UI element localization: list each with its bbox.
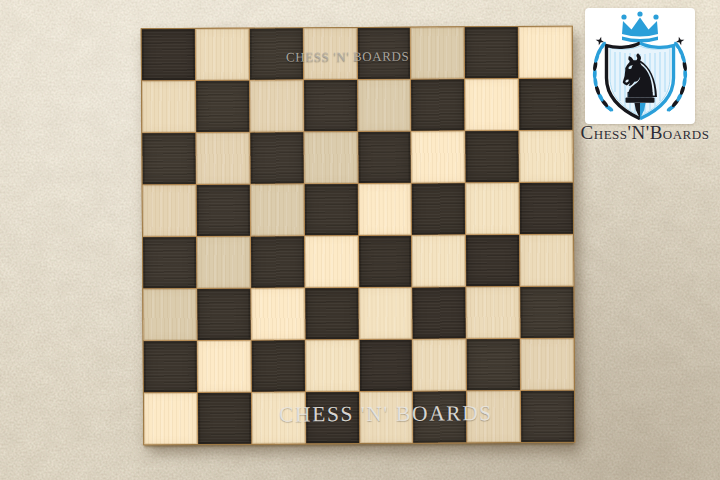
board-square[interactable] (305, 236, 358, 287)
board-square[interactable] (251, 236, 304, 287)
board-square[interactable] (358, 184, 411, 235)
board-square[interactable] (521, 339, 574, 390)
board-square[interactable] (467, 339, 520, 390)
board-square[interactable] (250, 184, 303, 235)
board-square[interactable] (359, 392, 412, 443)
board-square[interactable] (250, 80, 303, 131)
board-square[interactable] (521, 391, 574, 442)
board-square[interactable] (520, 235, 573, 286)
board-square[interactable] (251, 340, 304, 391)
board-square[interactable] (466, 183, 519, 234)
board-square[interactable] (359, 236, 412, 287)
board-square[interactable] (196, 81, 249, 132)
board-square[interactable] (519, 79, 572, 130)
board-square[interactable] (305, 288, 358, 339)
board-square[interactable] (144, 341, 197, 392)
board-square[interactable] (196, 29, 249, 80)
board-square[interactable] (411, 79, 464, 130)
board-square[interactable] (413, 391, 466, 442)
board-square[interactable] (196, 133, 249, 184)
board-square[interactable] (144, 393, 197, 444)
board-square[interactable] (197, 237, 250, 288)
board-square[interactable] (467, 287, 520, 338)
board-square[interactable] (357, 28, 410, 79)
board-square[interactable] (304, 184, 357, 235)
board-square[interactable] (466, 235, 519, 286)
board-square[interactable] (359, 340, 412, 391)
brand-emblem: ♞ (585, 8, 695, 124)
board-square[interactable] (250, 132, 303, 183)
board-square[interactable] (305, 340, 358, 391)
board-square[interactable] (465, 79, 518, 130)
board-square[interactable] (412, 235, 465, 286)
photo-scene: CHESS 'N' BOARDS CHESS 'N' BOARDS (0, 0, 720, 480)
board-square[interactable] (359, 288, 412, 339)
board-square[interactable] (466, 131, 519, 182)
board-square[interactable] (251, 288, 304, 339)
board-square[interactable] (249, 28, 302, 79)
board-square[interactable] (143, 185, 196, 236)
board-square[interactable] (304, 80, 357, 131)
board-square[interactable] (520, 183, 573, 234)
knight-icon: ♞ (613, 41, 667, 111)
board-square[interactable] (198, 341, 251, 392)
board-square[interactable] (306, 392, 359, 443)
board-square[interactable] (143, 237, 196, 288)
board-square[interactable] (142, 29, 195, 80)
board-square[interactable] (142, 81, 195, 132)
brand-wordmark: Chess'N'Boards (570, 122, 720, 144)
board-square[interactable] (465, 27, 518, 78)
board-square[interactable] (304, 132, 357, 183)
chess-board: CHESS 'N' BOARDS CHESS 'N' BOARDS (141, 26, 576, 446)
board-square[interactable] (142, 133, 195, 184)
board-square[interactable] (467, 391, 520, 442)
brand-logo: ♞ (585, 8, 695, 124)
crown-icon (621, 11, 658, 42)
board-square[interactable] (519, 27, 572, 78)
board-square[interactable] (358, 132, 411, 183)
board-square[interactable] (520, 287, 573, 338)
board-square[interactable] (143, 289, 196, 340)
board-square[interactable] (413, 339, 466, 390)
board-square[interactable] (412, 131, 465, 182)
board-square[interactable] (303, 28, 356, 79)
board-square[interactable] (413, 287, 466, 338)
board-square[interactable] (197, 289, 250, 340)
board-square[interactable] (411, 27, 464, 78)
board-square[interactable] (412, 183, 465, 234)
board-square[interactable] (198, 393, 251, 444)
board-square[interactable] (358, 80, 411, 131)
board-square[interactable] (197, 185, 250, 236)
board-square[interactable] (519, 131, 572, 182)
board-square[interactable] (252, 392, 305, 443)
